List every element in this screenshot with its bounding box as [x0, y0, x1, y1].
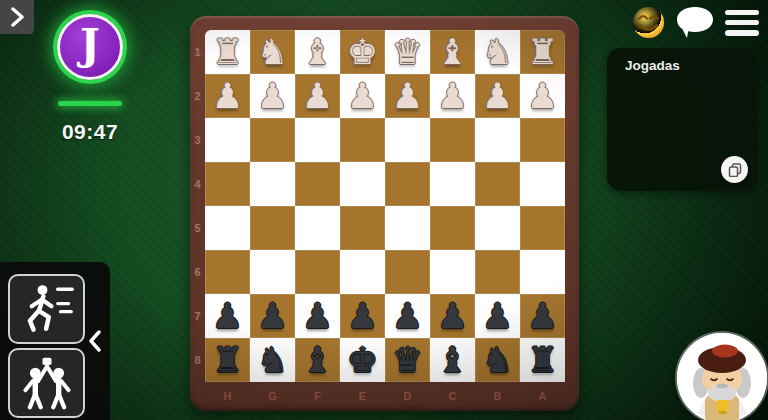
square-f4[interactable] — [295, 162, 340, 206]
rank-label-8: 8 — [190, 338, 205, 382]
square-b5[interactable] — [475, 206, 520, 250]
file-label-a: A — [520, 385, 565, 407]
square-f6[interactable] — [295, 250, 340, 294]
copy-moves-button[interactable] — [721, 156, 748, 183]
square-c7[interactable]: ♟ — [430, 294, 475, 338]
square-h2[interactable]: ♟ — [205, 74, 250, 118]
square-g6[interactable] — [250, 250, 295, 294]
square-c3[interactable] — [430, 118, 475, 162]
copy-icon — [728, 163, 742, 177]
player-avatar-wrap: J — [53, 14, 127, 88]
square-d3[interactable] — [385, 118, 430, 162]
black-pawn-piece[interactable]: ♟ — [482, 294, 513, 338]
white-rook-piece[interactable]: ♜ — [212, 30, 243, 74]
square-d6[interactable] — [385, 250, 430, 294]
rank-label-4: 4 — [190, 162, 205, 206]
black-bishop-piece[interactable]: ♝ — [302, 338, 333, 382]
square-h8[interactable]: ♜ — [205, 338, 250, 382]
square-a5[interactable] — [520, 206, 565, 250]
file-label-g: G — [250, 385, 295, 407]
square-b1[interactable]: ♞ — [475, 30, 520, 74]
square-d4[interactable] — [385, 162, 430, 206]
square-e3[interactable] — [340, 118, 385, 162]
square-e6[interactable] — [340, 250, 385, 294]
square-a2[interactable]: ♟ — [520, 74, 565, 118]
file-labels: HGFEDCBA — [205, 385, 565, 407]
white-rook-piece[interactable]: ♜ — [527, 30, 558, 74]
file-label-e: E — [340, 385, 385, 407]
chess-board: ♜♞♝♚♛♝♞♜♟♟♟♟♟♟♟♟♟♟♟♟♟♟♟♟♜♞♝♚♛♝♞♜ — [205, 30, 565, 382]
square-b8[interactable]: ♞ — [475, 338, 520, 382]
hamburger-menu-icon — [725, 20, 759, 26]
square-h5[interactable] — [205, 206, 250, 250]
square-e1[interactable]: ♚ — [340, 30, 385, 74]
team-trophy-icon — [18, 356, 76, 410]
old-man-avatar-image — [677, 333, 767, 420]
square-h1[interactable]: ♜ — [205, 30, 250, 74]
square-b2[interactable]: ♟ — [475, 74, 520, 118]
black-pawn-piece[interactable]: ♟ — [527, 294, 558, 338]
white-king-piece[interactable]: ♚ — [347, 30, 378, 74]
square-f5[interactable] — [295, 206, 340, 250]
file-label-b: B — [475, 385, 520, 407]
rank-label-7: 7 — [190, 294, 205, 338]
black-king-piece[interactable]: ♚ — [347, 338, 378, 382]
square-a7[interactable]: ♟ — [520, 294, 565, 338]
black-knight-piece[interactable]: ♞ — [482, 338, 513, 382]
rank-labels: 12345678 — [190, 30, 205, 382]
square-e7[interactable]: ♟ — [340, 294, 385, 338]
black-queen-piece[interactable]: ♛ — [392, 338, 423, 382]
square-h6[interactable] — [205, 250, 250, 294]
white-pawn-piece[interactable]: ♟ — [212, 74, 243, 118]
file-label-h: H — [205, 385, 250, 407]
avatar[interactable]: J — [57, 14, 123, 80]
square-c6[interactable] — [430, 250, 475, 294]
left-action-tray — [0, 262, 110, 420]
white-bishop-piece[interactable]: ♝ — [302, 30, 333, 74]
white-pawn-piece[interactable]: ♟ — [482, 74, 513, 118]
black-pawn-piece[interactable]: ♟ — [437, 294, 468, 338]
black-pawn-piece[interactable]: ♟ — [392, 294, 423, 338]
square-e4[interactable] — [340, 162, 385, 206]
white-bishop-piece[interactable]: ♝ — [437, 30, 468, 74]
square-g1[interactable]: ♞ — [250, 30, 295, 74]
black-pawn-piece[interactable]: ♟ — [212, 294, 243, 338]
file-label-d: D — [385, 385, 430, 407]
rank-label-6: 6 — [190, 250, 205, 294]
square-f1[interactable]: ♝ — [295, 30, 340, 74]
square-e8[interactable]: ♚ — [340, 338, 385, 382]
avatar-initial: J — [80, 24, 100, 66]
square-e5[interactable] — [340, 206, 385, 250]
square-h7[interactable]: ♟ — [205, 294, 250, 338]
chess-board-frame: 12345678 ♜♞♝♚♛♝♞♜♟♟♟♟♟♟♟♟♟♟♟♟♟♟♟♟♜♞♝♚♛♝♞… — [190, 16, 579, 411]
chevron-left-icon — [88, 330, 102, 352]
player-panel-left: J 09:47 — [45, 10, 135, 144]
square-c5[interactable] — [430, 206, 475, 250]
white-knight-piece[interactable]: ♞ — [257, 30, 288, 74]
square-h4[interactable] — [205, 162, 250, 206]
white-pawn-piece[interactable]: ♟ — [437, 74, 468, 118]
square-f7[interactable]: ♟ — [295, 294, 340, 338]
emoji-button[interactable] — [631, 5, 666, 40]
white-pawn-piece[interactable]: ♟ — [347, 74, 378, 118]
square-a8[interactable]: ♜ — [520, 338, 565, 382]
square-c1[interactable]: ♝ — [430, 30, 475, 74]
rank-label-3: 3 — [190, 118, 205, 162]
chat-bubble-icon — [675, 6, 715, 40]
square-b7[interactable]: ♟ — [475, 294, 520, 338]
square-a6[interactable] — [520, 250, 565, 294]
square-b3[interactable] — [475, 118, 520, 162]
white-queen-piece[interactable]: ♛ — [392, 30, 423, 74]
menu-button[interactable] — [724, 9, 760, 37]
player-clock: 09:47 — [45, 120, 135, 144]
opponent-avatar[interactable] — [677, 333, 767, 420]
smiling-face-icon — [631, 5, 666, 40]
square-g8[interactable]: ♞ — [250, 338, 295, 382]
rank-label-2: 2 — [190, 74, 205, 118]
square-h3[interactable] — [205, 118, 250, 162]
chat-button[interactable] — [675, 6, 715, 40]
square-b4[interactable] — [475, 162, 520, 206]
square-g2[interactable]: ♟ — [250, 74, 295, 118]
hamburger-menu-icon — [725, 30, 759, 36]
square-g7[interactable]: ♟ — [250, 294, 295, 338]
square-f3[interactable] — [295, 118, 340, 162]
black-pawn-piece[interactable]: ♟ — [302, 294, 333, 338]
black-knight-piece[interactable]: ♞ — [257, 338, 288, 382]
moves-panel: Jogadas — [607, 48, 757, 191]
hamburger-menu-icon — [725, 10, 759, 16]
top-right-toolbar — [631, 5, 760, 40]
square-d8[interactable]: ♛ — [385, 338, 430, 382]
square-d7[interactable]: ♟ — [385, 294, 430, 338]
square-f8[interactable]: ♝ — [295, 338, 340, 382]
square-g5[interactable] — [250, 206, 295, 250]
black-rook-piece[interactable]: ♜ — [527, 338, 558, 382]
rank-label-1: 1 — [190, 30, 205, 74]
square-d5[interactable] — [385, 206, 430, 250]
square-d1[interactable]: ♛ — [385, 30, 430, 74]
square-a4[interactable] — [520, 162, 565, 206]
expand-sidebar-button[interactable] — [0, 0, 34, 34]
square-d2[interactable]: ♟ — [385, 74, 430, 118]
collapse-tray-button[interactable] — [86, 326, 104, 356]
black-pawn-piece[interactable]: ♟ — [257, 294, 288, 338]
square-g4[interactable] — [250, 162, 295, 206]
square-g3[interactable] — [250, 118, 295, 162]
square-f2[interactable]: ♟ — [295, 74, 340, 118]
white-knight-piece[interactable]: ♞ — [482, 30, 513, 74]
leave-game-button[interactable] — [8, 274, 85, 344]
rank-label-5: 5 — [190, 206, 205, 250]
black-bishop-piece[interactable]: ♝ — [437, 338, 468, 382]
square-a1[interactable]: ♜ — [520, 30, 565, 74]
square-a3[interactable] — [520, 118, 565, 162]
square-c2[interactable]: ♟ — [430, 74, 475, 118]
white-pawn-piece[interactable]: ♟ — [392, 74, 423, 118]
running-person-icon — [18, 282, 76, 336]
white-pawn-piece[interactable]: ♟ — [257, 74, 288, 118]
celebrate-button[interactable] — [8, 348, 85, 418]
square-e2[interactable]: ♟ — [340, 74, 385, 118]
moves-panel-title: Jogadas — [625, 58, 680, 73]
square-c4[interactable] — [430, 162, 475, 206]
black-rook-piece[interactable]: ♜ — [212, 338, 243, 382]
square-c8[interactable]: ♝ — [430, 338, 475, 382]
active-turn-indicator — [58, 101, 122, 106]
square-b6[interactable] — [475, 250, 520, 294]
black-pawn-piece[interactable]: ♟ — [347, 294, 378, 338]
file-label-f: F — [295, 385, 340, 407]
white-pawn-piece[interactable]: ♟ — [302, 74, 333, 118]
file-label-c: C — [430, 385, 475, 407]
chevron-right-icon — [9, 7, 25, 27]
white-pawn-piece[interactable]: ♟ — [527, 74, 558, 118]
